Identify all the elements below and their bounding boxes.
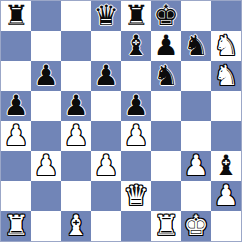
piece-black-rook[interactable]: ♜: [3, 1, 28, 31]
square-c7[interactable]: [61, 31, 91, 61]
square-b3[interactable]: ♟: [31, 151, 61, 181]
square-f7[interactable]: ♟: [151, 31, 181, 61]
square-h4[interactable]: [211, 121, 241, 151]
square-c8[interactable]: [61, 1, 91, 31]
square-e6[interactable]: [121, 61, 151, 91]
square-f1[interactable]: ♜: [151, 211, 181, 241]
square-h3[interactable]: ♝: [211, 151, 241, 181]
square-e3[interactable]: [121, 151, 151, 181]
square-g5[interactable]: [181, 91, 211, 121]
piece-white-pawn[interactable]: ♟: [63, 121, 88, 151]
square-c3[interactable]: [61, 151, 91, 181]
square-g1[interactable]: ♚: [181, 211, 211, 241]
square-c1[interactable]: ♝: [61, 211, 91, 241]
piece-black-bishop[interactable]: ♝: [123, 31, 148, 61]
square-f3[interactable]: [151, 151, 181, 181]
square-b5[interactable]: [31, 91, 61, 121]
square-g6[interactable]: [181, 61, 211, 91]
piece-black-pawn[interactable]: ♟: [33, 61, 58, 91]
square-a8[interactable]: ♜: [1, 1, 31, 31]
piece-white-knight[interactable]: ♞: [213, 31, 238, 61]
piece-white-king[interactable]: ♚: [183, 211, 208, 241]
square-b1[interactable]: [31, 211, 61, 241]
piece-black-bishop[interactable]: ♝: [213, 151, 238, 181]
square-h2[interactable]: ♟: [211, 181, 241, 211]
piece-white-bishop[interactable]: ♝: [63, 211, 88, 241]
square-f8[interactable]: ♚: [151, 1, 181, 31]
square-a5[interactable]: ♟: [1, 91, 31, 121]
square-d7[interactable]: [91, 31, 121, 61]
square-g4[interactable]: [181, 121, 211, 151]
square-f2[interactable]: [151, 181, 181, 211]
piece-black-queen[interactable]: ♛: [93, 1, 118, 31]
piece-black-pawn[interactable]: ♟: [153, 31, 178, 61]
square-a2[interactable]: [1, 181, 31, 211]
piece-white-pawn[interactable]: ♟: [3, 121, 28, 151]
square-c6[interactable]: [61, 61, 91, 91]
piece-black-pawn[interactable]: ♟: [63, 91, 88, 121]
square-a1[interactable]: ♜: [1, 211, 31, 241]
piece-black-rook[interactable]: ♜: [123, 1, 148, 31]
piece-white-rook[interactable]: ♜: [153, 211, 178, 241]
square-a3[interactable]: [1, 151, 31, 181]
square-h1[interactable]: [211, 211, 241, 241]
square-a6[interactable]: [1, 61, 31, 91]
square-c5[interactable]: ♟: [61, 91, 91, 121]
square-b7[interactable]: [31, 31, 61, 61]
square-h6[interactable]: ♞: [211, 61, 241, 91]
square-d8[interactable]: ♛: [91, 1, 121, 31]
square-e7[interactable]: ♝: [121, 31, 151, 61]
square-d5[interactable]: [91, 91, 121, 121]
square-e5[interactable]: ♟: [121, 91, 151, 121]
piece-black-pawn[interactable]: ♟: [123, 91, 148, 121]
piece-black-pawn[interactable]: ♟: [3, 91, 28, 121]
piece-white-rook[interactable]: ♜: [3, 211, 28, 241]
square-e4[interactable]: ♟: [121, 121, 151, 151]
square-d3[interactable]: ♟: [91, 151, 121, 181]
square-d2[interactable]: [91, 181, 121, 211]
square-b8[interactable]: [31, 1, 61, 31]
square-a4[interactable]: ♟: [1, 121, 31, 151]
piece-white-pawn[interactable]: ♟: [213, 181, 238, 211]
piece-black-pawn[interactable]: ♟: [93, 61, 118, 91]
piece-black-knight[interactable]: ♞: [153, 61, 178, 91]
piece-black-king[interactable]: ♚: [153, 1, 178, 31]
square-e2[interactable]: ♛: [121, 181, 151, 211]
square-h5[interactable]: [211, 91, 241, 121]
chess-board: ♜♛♜♚♝♟♞♞♟♟♞♞♟♟♟♟♟♟♟♟♟♝♛♟♜♝♜♚: [0, 0, 242, 242]
piece-black-knight[interactable]: ♞: [183, 31, 208, 61]
piece-white-pawn[interactable]: ♟: [123, 121, 148, 151]
square-g7[interactable]: ♞: [181, 31, 211, 61]
piece-white-pawn[interactable]: ♟: [33, 151, 58, 181]
square-a7[interactable]: [1, 31, 31, 61]
square-f5[interactable]: [151, 91, 181, 121]
square-e8[interactable]: ♜: [121, 1, 151, 31]
square-b6[interactable]: ♟: [31, 61, 61, 91]
piece-white-pawn[interactable]: ♟: [93, 151, 118, 181]
piece-white-pawn[interactable]: ♟: [183, 151, 208, 181]
square-f4[interactable]: [151, 121, 181, 151]
square-c4[interactable]: ♟: [61, 121, 91, 151]
square-d1[interactable]: [91, 211, 121, 241]
square-g2[interactable]: [181, 181, 211, 211]
square-d6[interactable]: ♟: [91, 61, 121, 91]
square-g3[interactable]: ♟: [181, 151, 211, 181]
square-b4[interactable]: [31, 121, 61, 151]
square-e1[interactable]: [121, 211, 151, 241]
piece-white-knight[interactable]: ♞: [213, 61, 238, 91]
square-c2[interactable]: [61, 181, 91, 211]
square-h7[interactable]: ♞: [211, 31, 241, 61]
piece-white-queen[interactable]: ♛: [123, 181, 148, 211]
square-g8[interactable]: [181, 1, 211, 31]
square-b2[interactable]: [31, 181, 61, 211]
square-f6[interactable]: ♞: [151, 61, 181, 91]
square-h8[interactable]: [211, 1, 241, 31]
square-d4[interactable]: [91, 121, 121, 151]
